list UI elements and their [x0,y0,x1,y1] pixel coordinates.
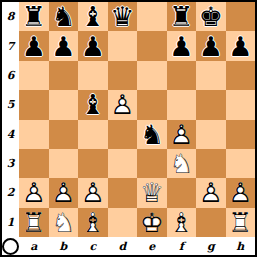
square-b6[interactable] [49,61,79,90]
chess-diagram: 87654321 ♜♞♝♛♜♚♟♟♟♟♟♟♝♟♙♞♟♙♞♘♟♙♟♙♟♙♛♕♟♙♟… [0,0,257,257]
square-e7[interactable] [137,31,167,60]
rank-label-8: 8 [2,2,19,31]
square-d6[interactable] [108,61,138,90]
file-label-d: d [108,237,138,255]
square-g5[interactable] [196,90,226,119]
rank-label-5: 5 [2,90,19,119]
square-f6[interactable] [167,61,197,90]
square-d8[interactable]: ♛ [108,2,138,31]
square-e4[interactable]: ♞ [137,120,167,149]
white-to-move-indicator-icon [2,238,19,255]
file-label-e: e [137,237,167,255]
piece-white-queen: ♛♕ [140,179,164,206]
square-f7[interactable]: ♟ [167,31,197,60]
square-e2[interactable]: ♛♕ [137,178,167,207]
square-e3[interactable] [137,149,167,178]
piece-white-pawn: ♟♙ [81,179,105,206]
square-f3[interactable]: ♞♘ [167,149,197,178]
piece-black-queen: ♛ [110,3,134,30]
square-b7[interactable]: ♟ [49,31,79,60]
square-f5[interactable] [167,90,197,119]
square-a3[interactable] [19,149,49,178]
piece-white-knight: ♞♘ [51,209,75,236]
rank-label-2: 2 [2,178,19,207]
rank-label-7: 7 [2,31,19,60]
square-d5[interactable]: ♟♙ [108,90,138,119]
rank-label-4: 4 [2,120,19,149]
file-label-h: h [226,237,256,255]
square-b8[interactable]: ♞ [49,2,79,31]
square-c3[interactable] [78,149,108,178]
piece-black-rook: ♜ [22,3,46,30]
piece-black-knight: ♞ [51,3,75,30]
square-d7[interactable] [108,31,138,60]
file-label-g: g [196,237,226,255]
piece-white-knight: ♞♘ [169,150,193,177]
piece-black-pawn: ♟ [22,33,46,60]
piece-white-bishop: ♝♗ [81,209,105,236]
square-h5[interactable] [226,90,256,119]
square-g3[interactable] [196,149,226,178]
square-a7[interactable]: ♟ [19,31,49,60]
square-e8[interactable] [137,2,167,31]
square-f2[interactable] [167,178,197,207]
square-a4[interactable] [19,120,49,149]
file-label-c: c [78,237,108,255]
square-h6[interactable] [226,61,256,90]
square-e5[interactable] [137,90,167,119]
square-g1[interactable] [196,208,226,237]
square-b2[interactable]: ♟♙ [49,178,79,207]
square-f4[interactable]: ♟♙ [167,120,197,149]
square-a5[interactable] [19,90,49,119]
file-label-a: a [19,237,49,255]
rank-labels: 87654321 [2,2,19,237]
square-a8[interactable]: ♜ [19,2,49,31]
square-g2[interactable]: ♟♙ [196,178,226,207]
piece-white-bishop: ♝♗ [169,209,193,236]
piece-white-king: ♚♔ [140,209,164,236]
piece-white-pawn: ♟♙ [51,179,75,206]
square-g4[interactable] [196,120,226,149]
piece-black-pawn: ♟ [199,33,223,60]
file-label-f: f [167,237,197,255]
side-to-move-corner [2,237,19,255]
square-b5[interactable] [49,90,79,119]
square-b4[interactable] [49,120,79,149]
square-c5[interactable]: ♝ [78,90,108,119]
piece-white-rook: ♜♖ [22,209,46,236]
piece-black-pawn: ♟ [169,33,193,60]
piece-black-pawn: ♟ [81,33,105,60]
square-h3[interactable] [226,149,256,178]
square-c4[interactable] [78,120,108,149]
piece-black-bishop: ♝ [81,91,105,118]
square-g6[interactable] [196,61,226,90]
file-label-b: b [49,237,79,255]
square-f8[interactable]: ♜ [167,2,197,31]
file-labels: abcdefgh [19,237,255,255]
rank-label-6: 6 [2,61,19,90]
square-b3[interactable] [49,149,79,178]
square-d4[interactable] [108,120,138,149]
piece-black-knight: ♞ [140,121,164,148]
square-d2[interactable] [108,178,138,207]
piece-black-pawn: ♟ [228,33,252,60]
piece-black-pawn: ♟ [51,33,75,60]
piece-white-rook: ♜♖ [228,209,252,236]
square-h2[interactable]: ♟♙ [226,178,256,207]
piece-white-pawn: ♟♙ [110,91,134,118]
rank-label-1: 1 [2,208,19,237]
square-c8[interactable]: ♝ [78,2,108,31]
square-g7[interactable]: ♟ [196,31,226,60]
square-a6[interactable] [19,61,49,90]
square-h8[interactable] [226,2,256,31]
square-a1[interactable]: ♜♖ [19,208,49,237]
square-e1[interactable]: ♚♔ [137,208,167,237]
piece-white-pawn: ♟♙ [228,179,252,206]
piece-black-bishop: ♝ [81,3,105,30]
square-h4[interactable] [226,120,256,149]
square-h7[interactable]: ♟ [226,31,256,60]
square-c7[interactable]: ♟ [78,31,108,60]
square-h1[interactable]: ♜♖ [226,208,256,237]
rank-label-3: 3 [2,149,19,178]
board: ♜♞♝♛♜♚♟♟♟♟♟♟♝♟♙♞♟♙♞♘♟♙♟♙♟♙♛♕♟♙♟♙♜♖♞♘♝♗♚♔… [19,2,255,237]
piece-white-pawn: ♟♙ [199,179,223,206]
piece-black-rook: ♜ [169,3,193,30]
square-c6[interactable] [78,61,108,90]
piece-black-king: ♚ [199,3,223,30]
square-a2[interactable]: ♟♙ [19,178,49,207]
piece-white-pawn: ♟♙ [169,121,193,148]
square-c1[interactable]: ♝♗ [78,208,108,237]
square-e6[interactable] [137,61,167,90]
square-d3[interactable] [108,149,138,178]
piece-white-pawn: ♟♙ [22,179,46,206]
square-g8[interactable]: ♚ [196,2,226,31]
square-d1[interactable] [108,208,138,237]
square-f1[interactable]: ♝♗ [167,208,197,237]
square-b1[interactable]: ♞♘ [49,208,79,237]
square-c2[interactable]: ♟♙ [78,178,108,207]
